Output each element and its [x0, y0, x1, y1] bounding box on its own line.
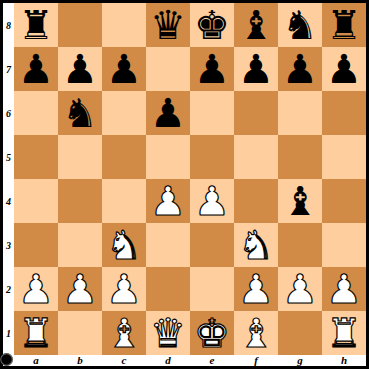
square-g6[interactable] [278, 91, 322, 135]
square-e2[interactable] [190, 267, 234, 311]
square-f2[interactable]: ♟ [234, 267, 278, 311]
square-g8[interactable]: ♞ [278, 3, 322, 47]
square-c6[interactable] [102, 91, 146, 135]
black-pawn[interactable]: ♟ [150, 91, 186, 135]
square-e6[interactable] [190, 91, 234, 135]
board-frame: 87654321 ♜♛♚♝♞♜♟♟♟♟♟♟♟♞♟♟♟♝♞♞♟♟♟♟♟♟♜♝♛♚♝… [3, 3, 366, 366]
square-h2[interactable]: ♟ [322, 267, 366, 311]
black-pawn[interactable]: ♟ [62, 47, 98, 91]
square-a6[interactable] [14, 91, 58, 135]
square-b6[interactable]: ♞ [58, 91, 102, 135]
white-pawn[interactable]: ♟ [62, 267, 98, 311]
file-label-e: e [190, 355, 234, 366]
square-a7[interactable]: ♟ [14, 47, 58, 91]
black-pawn[interactable]: ♟ [106, 47, 142, 91]
square-f7[interactable]: ♟ [234, 47, 278, 91]
square-c3[interactable]: ♞ [102, 223, 146, 267]
white-bishop[interactable]: ♝ [106, 311, 142, 355]
square-h6[interactable] [322, 91, 366, 135]
file-label-a: a [14, 355, 58, 366]
square-d8[interactable]: ♛ [146, 3, 190, 47]
square-h5[interactable] [322, 135, 366, 179]
square-a2[interactable]: ♟ [14, 267, 58, 311]
square-a4[interactable] [14, 179, 58, 223]
square-d2[interactable] [146, 267, 190, 311]
white-pawn[interactable]: ♟ [194, 179, 230, 223]
white-pawn[interactable]: ♟ [150, 179, 186, 223]
square-h4[interactable] [322, 179, 366, 223]
black-pawn[interactable]: ♟ [18, 47, 54, 91]
white-knight[interactable]: ♞ [106, 223, 142, 267]
black-knight[interactable]: ♞ [282, 3, 318, 47]
square-e7[interactable]: ♟ [190, 47, 234, 91]
square-d1[interactable]: ♛ [146, 311, 190, 355]
rank-label-7: 7 [3, 47, 14, 91]
rank-labels: 87654321 [3, 3, 14, 355]
square-h1[interactable]: ♜ [322, 311, 366, 355]
white-pawn[interactable]: ♟ [282, 267, 318, 311]
square-f1[interactable]: ♝ [234, 311, 278, 355]
white-pawn[interactable]: ♟ [106, 267, 142, 311]
white-pawn[interactable]: ♟ [238, 267, 274, 311]
file-label-h: h [322, 355, 366, 366]
square-c7[interactable]: ♟ [102, 47, 146, 91]
black-rook[interactable]: ♜ [326, 3, 362, 47]
square-b1[interactable] [58, 311, 102, 355]
rank-label-1: 1 [3, 311, 14, 355]
square-g3[interactable] [278, 223, 322, 267]
rank-label-2: 2 [3, 267, 14, 311]
square-c8[interactable] [102, 3, 146, 47]
file-labels: abcdefgh [14, 355, 366, 366]
square-f4[interactable] [234, 179, 278, 223]
white-bishop[interactable]: ♝ [238, 311, 274, 355]
black-knight[interactable]: ♞ [62, 91, 98, 135]
square-a1[interactable]: ♜ [14, 311, 58, 355]
square-e5[interactable] [190, 135, 234, 179]
square-c5[interactable] [102, 135, 146, 179]
chess-board[interactable]: ♜♛♚♝♞♜♟♟♟♟♟♟♟♞♟♟♟♝♞♞♟♟♟♟♟♟♜♝♛♚♝♜ [14, 3, 366, 355]
square-a8[interactable]: ♜ [14, 3, 58, 47]
black-king[interactable]: ♚ [194, 3, 230, 47]
black-pawn[interactable]: ♟ [326, 47, 362, 91]
square-g1[interactable] [278, 311, 322, 355]
white-pawn[interactable]: ♟ [18, 267, 54, 311]
chess-diagram: 87654321 ♜♛♚♝♞♜♟♟♟♟♟♟♟♞♟♟♟♝♞♞♟♟♟♟♟♟♜♝♛♚♝… [0, 0, 369, 369]
square-g2[interactable]: ♟ [278, 267, 322, 311]
square-f3[interactable]: ♞ [234, 223, 278, 267]
file-label-f: f [234, 355, 278, 366]
square-a3[interactable] [14, 223, 58, 267]
square-f6[interactable] [234, 91, 278, 135]
square-c2[interactable]: ♟ [102, 267, 146, 311]
white-pawn[interactable]: ♟ [326, 267, 362, 311]
rank-label-5: 5 [3, 135, 14, 179]
black-pawn[interactable]: ♟ [194, 47, 230, 91]
square-d7[interactable] [146, 47, 190, 91]
side-to-move-indicator [0, 353, 13, 366]
square-d5[interactable] [146, 135, 190, 179]
square-b3[interactable] [58, 223, 102, 267]
rank-label-4: 4 [3, 179, 14, 223]
square-d6[interactable]: ♟ [146, 91, 190, 135]
square-h3[interactable] [322, 223, 366, 267]
square-g5[interactable] [278, 135, 322, 179]
square-a5[interactable] [14, 135, 58, 179]
square-h7[interactable]: ♟ [322, 47, 366, 91]
white-rook[interactable]: ♜ [326, 311, 362, 355]
square-d3[interactable] [146, 223, 190, 267]
file-label-c: c [102, 355, 146, 366]
square-e4[interactable]: ♟ [190, 179, 234, 223]
white-king[interactable]: ♚ [194, 311, 230, 355]
square-c4[interactable] [102, 179, 146, 223]
black-rook[interactable]: ♜ [18, 3, 54, 47]
square-f5[interactable] [234, 135, 278, 179]
black-queen[interactable]: ♛ [150, 3, 186, 47]
black-pawn[interactable]: ♟ [282, 47, 318, 91]
rank-label-3: 3 [3, 223, 14, 267]
square-b7[interactable]: ♟ [58, 47, 102, 91]
file-label-g: g [278, 355, 322, 366]
square-f8[interactable]: ♝ [234, 3, 278, 47]
white-queen[interactable]: ♛ [150, 311, 186, 355]
black-bishop[interactable]: ♝ [282, 179, 318, 223]
square-b8[interactable] [58, 3, 102, 47]
rank-label-6: 6 [3, 91, 14, 135]
file-label-b: b [58, 355, 102, 366]
white-knight[interactable]: ♞ [238, 223, 274, 267]
black-pawn[interactable]: ♟ [238, 47, 274, 91]
square-d4[interactable]: ♟ [146, 179, 190, 223]
square-e3[interactable] [190, 223, 234, 267]
square-h8[interactable]: ♜ [322, 3, 366, 47]
black-bishop[interactable]: ♝ [238, 3, 274, 47]
file-label-d: d [146, 355, 190, 366]
square-g7[interactable]: ♟ [278, 47, 322, 91]
white-rook[interactable]: ♜ [18, 311, 54, 355]
square-b4[interactable] [58, 179, 102, 223]
square-b5[interactable] [58, 135, 102, 179]
rank-label-8: 8 [3, 3, 14, 47]
square-c1[interactable]: ♝ [102, 311, 146, 355]
square-g4[interactable]: ♝ [278, 179, 322, 223]
square-e1[interactable]: ♚ [190, 311, 234, 355]
square-b2[interactable]: ♟ [58, 267, 102, 311]
square-e8[interactable]: ♚ [190, 3, 234, 47]
